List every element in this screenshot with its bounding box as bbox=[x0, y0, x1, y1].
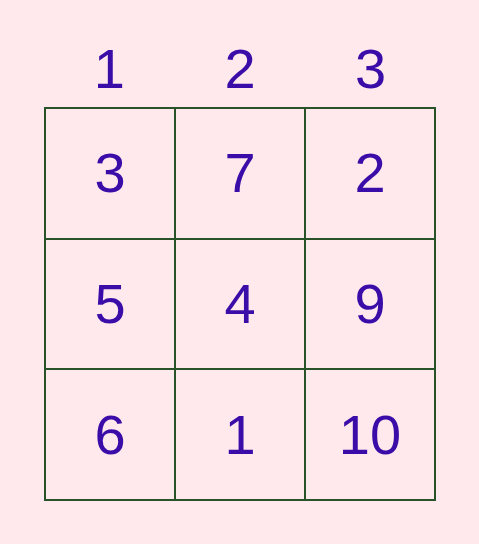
cell-value: 5 bbox=[94, 276, 125, 332]
cell-value: 10 bbox=[339, 407, 401, 463]
column-header-1: 1 bbox=[44, 38, 175, 100]
column-header-2: 2 bbox=[175, 38, 306, 100]
grid-cell-r1c1[interactable]: 3 bbox=[46, 109, 174, 238]
cell-value: 1 bbox=[224, 407, 255, 463]
cell-value: 3 bbox=[94, 145, 125, 201]
cell-value: 4 bbox=[224, 276, 255, 332]
grid-cell-r1c3[interactable]: 2 bbox=[306, 109, 434, 238]
cell-value: 6 bbox=[94, 407, 125, 463]
grid-cell-r3c3[interactable]: 10 bbox=[306, 370, 434, 499]
column-header-3: 3 bbox=[305, 38, 436, 100]
column-headers: 1 2 3 bbox=[44, 38, 436, 100]
cell-value: 2 bbox=[354, 145, 385, 201]
grid-cell-r3c1[interactable]: 6 bbox=[46, 370, 174, 499]
grid-cell-r1c2[interactable]: 7 bbox=[176, 109, 304, 238]
cell-value: 7 bbox=[224, 145, 255, 201]
grid-cell-r2c3[interactable]: 9 bbox=[306, 240, 434, 369]
page: 1 2 3 3 7 2 5 4 9 6 1 10 bbox=[0, 0, 479, 544]
grid-cell-r3c2[interactable]: 1 bbox=[176, 370, 304, 499]
grid-cell-r2c1[interactable]: 5 bbox=[46, 240, 174, 369]
number-grid: 3 7 2 5 4 9 6 1 10 bbox=[44, 107, 436, 501]
cell-value: 9 bbox=[354, 276, 385, 332]
grid-cell-r2c2[interactable]: 4 bbox=[176, 240, 304, 369]
